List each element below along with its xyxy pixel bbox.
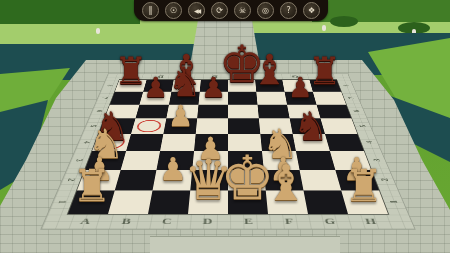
piece-black-bishop-f8[interactable]: ♝ (251, 48, 288, 90)
board-label-B: B (120, 216, 131, 227)
platform-step (150, 236, 340, 253)
highlight-ring-b5 (136, 120, 163, 132)
distant-statue (96, 28, 100, 34)
square-b4[interactable] (126, 134, 163, 151)
game-toolbar: ‖ ☉ ◀◀ ⟳ ☠ ◎ ? ❖ (134, 0, 328, 21)
piece-black-knight-c7[interactable]: ♞ (168, 65, 201, 102)
square-b1[interactable] (108, 191, 152, 214)
rotate-button[interactable]: ⟳ (211, 2, 228, 19)
distant-statue (322, 25, 326, 31)
piece-black-pawn-g7[interactable]: ♟ (288, 74, 313, 102)
pause-button[interactable]: ‖ (142, 2, 159, 19)
magnify-button[interactable]: ◎ (257, 2, 274, 19)
piece-white-bishop-f1[interactable]: ♝ (264, 159, 308, 208)
square-e6[interactable] (228, 104, 259, 118)
board-label-1: 1 (56, 200, 69, 203)
square-b6[interactable] (135, 104, 169, 118)
hint-button[interactable]: ☉ (165, 2, 182, 19)
undo-button[interactable]: ◀◀ (188, 2, 205, 19)
square-e7[interactable] (228, 92, 257, 105)
board-label-F: F (284, 216, 294, 227)
piece-black-rook-h8[interactable]: ♜ (308, 52, 342, 89)
square-b3[interactable] (121, 151, 160, 170)
options-button[interactable]: ❖ (303, 2, 320, 19)
square-h4[interactable] (325, 134, 364, 151)
board-label-C: C (161, 216, 172, 227)
board-label-5: 5 (357, 125, 367, 127)
piece-white-rook-a1[interactable]: ♜ (72, 164, 112, 208)
board-label-D: D (203, 216, 213, 227)
square-b2[interactable] (115, 170, 157, 191)
square-b5[interactable] (131, 119, 166, 134)
board-label-H: H (364, 216, 378, 227)
piece-white-pawn-c2[interactable]: ♟ (159, 154, 187, 186)
board-label-6: 6 (351, 110, 361, 112)
bush (330, 16, 358, 27)
piece-white-rook-h1[interactable]: ♜ (344, 164, 384, 208)
square-e5[interactable] (228, 119, 260, 134)
piece-white-pawn-c5[interactable]: ♟ (168, 102, 194, 131)
square-f6[interactable] (257, 104, 289, 118)
board-label-4: 4 (363, 141, 374, 143)
game-scene: AABBCCDDEEFFGGHH1122334455667788 ♜♝♚♝♜♟♞… (0, 0, 450, 253)
board-label-1: 1 (387, 200, 400, 203)
square-d6[interactable] (197, 104, 228, 118)
square-f7[interactable] (256, 92, 287, 105)
hedge-left (0, 0, 140, 24)
board-label-7: 7 (346, 97, 355, 99)
board-label-A: A (79, 216, 92, 227)
help-button[interactable]: ? (280, 2, 297, 19)
board-label-E: E (244, 216, 253, 227)
board-label-7: 7 (101, 97, 110, 99)
piece-black-pawn-d7[interactable]: ♟ (201, 74, 226, 102)
board-label-G: G (323, 216, 336, 227)
board-label-8: 8 (341, 85, 350, 87)
piece-black-pawn-b7[interactable]: ♟ (143, 74, 168, 102)
captured-pieces-button[interactable]: ☠ (234, 2, 251, 19)
